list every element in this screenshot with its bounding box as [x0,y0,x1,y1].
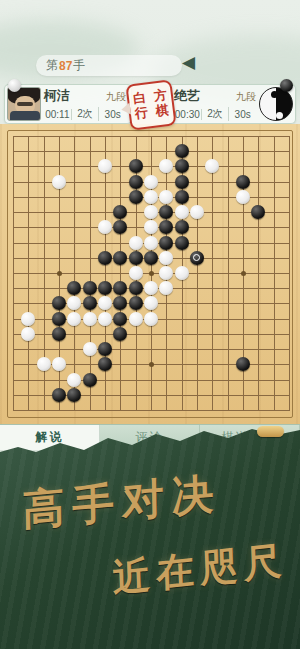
black-stone [236,357,250,371]
avatar-glasses [17,102,33,106]
black-stone [175,220,189,234]
player-panel-white: 柯洁 九段 00:11 2次 30s [4,84,132,124]
black-stone [52,312,66,326]
white-stone [52,175,66,189]
move-suffix: 手 [73,57,85,74]
white-stone [236,190,250,204]
go-app-screen: 第87手 ◀ 柯洁 九段 00:11 2次 30s 白 行 [0,0,300,649]
white-stone [129,312,143,326]
white-stone [175,266,189,280]
white-stone [83,342,97,356]
promo-banner[interactable]: 高手对决 近在咫尺 [0,426,300,649]
black-stone [67,281,81,295]
black-stone [159,205,173,219]
gold-stone-decoration [257,426,284,437]
turn-indicator-seal: 白 行 方 棋 [125,79,176,130]
black-stone [98,251,112,265]
black-stone [98,357,112,371]
white-stone [190,205,204,219]
black-stone [52,388,66,402]
taiji-white-dot [276,112,283,119]
white-stone [83,312,97,326]
black-stone [113,327,127,341]
white-stone [21,327,35,341]
black-stone [175,190,189,204]
white-stone [175,205,189,219]
white-stone [98,159,112,173]
white-stone [205,159,219,173]
white-stone [159,281,173,295]
black-stone [98,281,112,295]
black-stone [113,296,127,310]
black-stone [159,236,173,250]
white-stone [144,281,158,295]
black-stone [83,373,97,387]
player-name-white: 柯洁 [44,87,70,105]
turn-arrow-icon [121,103,131,116]
player-rank-black: 九段 [236,90,256,104]
white-stone [144,220,158,234]
black-stone [113,251,127,265]
white-stone [159,190,173,204]
black-stone [83,281,97,295]
move-number: 87 [59,59,72,73]
white-stone [98,220,112,234]
rewind-triangle-icon[interactable]: ◀ [182,52,195,73]
player-panel-black: 绝艺 九段 00:30 2次 30s [168,84,296,124]
player-periods-white: 2次 [72,107,100,121]
white-stone [129,236,143,250]
move-prefix: 第 [46,57,58,74]
avatar-body [10,111,40,120]
white-stone [67,296,81,310]
player-info-black: 绝艺 九段 00:30 2次 30s [171,87,259,121]
tab-commentary[interactable]: 解说 [0,425,100,450]
white-stone [67,373,81,387]
black-stone [175,236,189,250]
black-stone [113,220,127,234]
black-stone [129,281,143,295]
white-stone [144,236,158,250]
board-grid[interactable] [5,128,296,417]
black-stone [129,251,143,265]
player-clock-black: 00:30 [174,109,202,120]
black-stone [129,296,143,310]
white-stone [144,312,158,326]
black-stone-last-move-marker [190,251,204,265]
seal-char: 行 [134,105,149,121]
taiji-black-dot [271,91,278,98]
yin-yang-avatar-icon[interactable] [259,87,293,121]
white-stone [67,312,81,326]
player-periods-black: 2次 [202,107,230,121]
white-stone [144,296,158,310]
black-stone [236,175,250,189]
player-period-time-black: 30s [229,109,256,120]
player-rank-white: 九段 [106,90,126,104]
black-stone [52,327,66,341]
player-name-black: 绝艺 [174,87,200,105]
white-stone [159,266,173,280]
black-stone [175,144,189,158]
white-stone [37,357,51,371]
black-stone [67,388,81,402]
black-stone-decoration-icon [280,79,293,92]
white-stone [98,296,112,310]
white-stone [144,175,158,189]
player-info-white: 柯洁 九段 00:11 2次 30s [41,87,129,121]
white-stone [159,159,173,173]
player-clock-white: 00:11 [44,109,72,120]
black-stone [144,251,158,265]
black-stone [98,342,112,356]
black-stone [159,220,173,234]
black-stone [175,159,189,173]
white-stone [98,312,112,326]
go-board[interactable] [0,124,300,424]
black-stone [52,296,66,310]
white-stone [129,266,143,280]
black-stone [251,205,265,219]
black-stone [113,312,127,326]
white-stone [159,251,173,265]
black-stone [129,159,143,173]
white-stone [52,357,66,371]
black-stone [175,175,189,189]
white-stone [21,312,35,326]
move-number-pill: 第87手 [36,55,182,76]
white-stone [144,205,158,219]
white-stone-decoration-icon [8,79,21,92]
black-stone [83,296,97,310]
black-stone [129,190,143,204]
black-stone [113,281,127,295]
black-stone [129,175,143,189]
seal-char: 棋 [155,103,170,119]
black-stone [113,205,127,219]
player-avatar[interactable] [7,87,41,121]
white-stone [144,190,158,204]
